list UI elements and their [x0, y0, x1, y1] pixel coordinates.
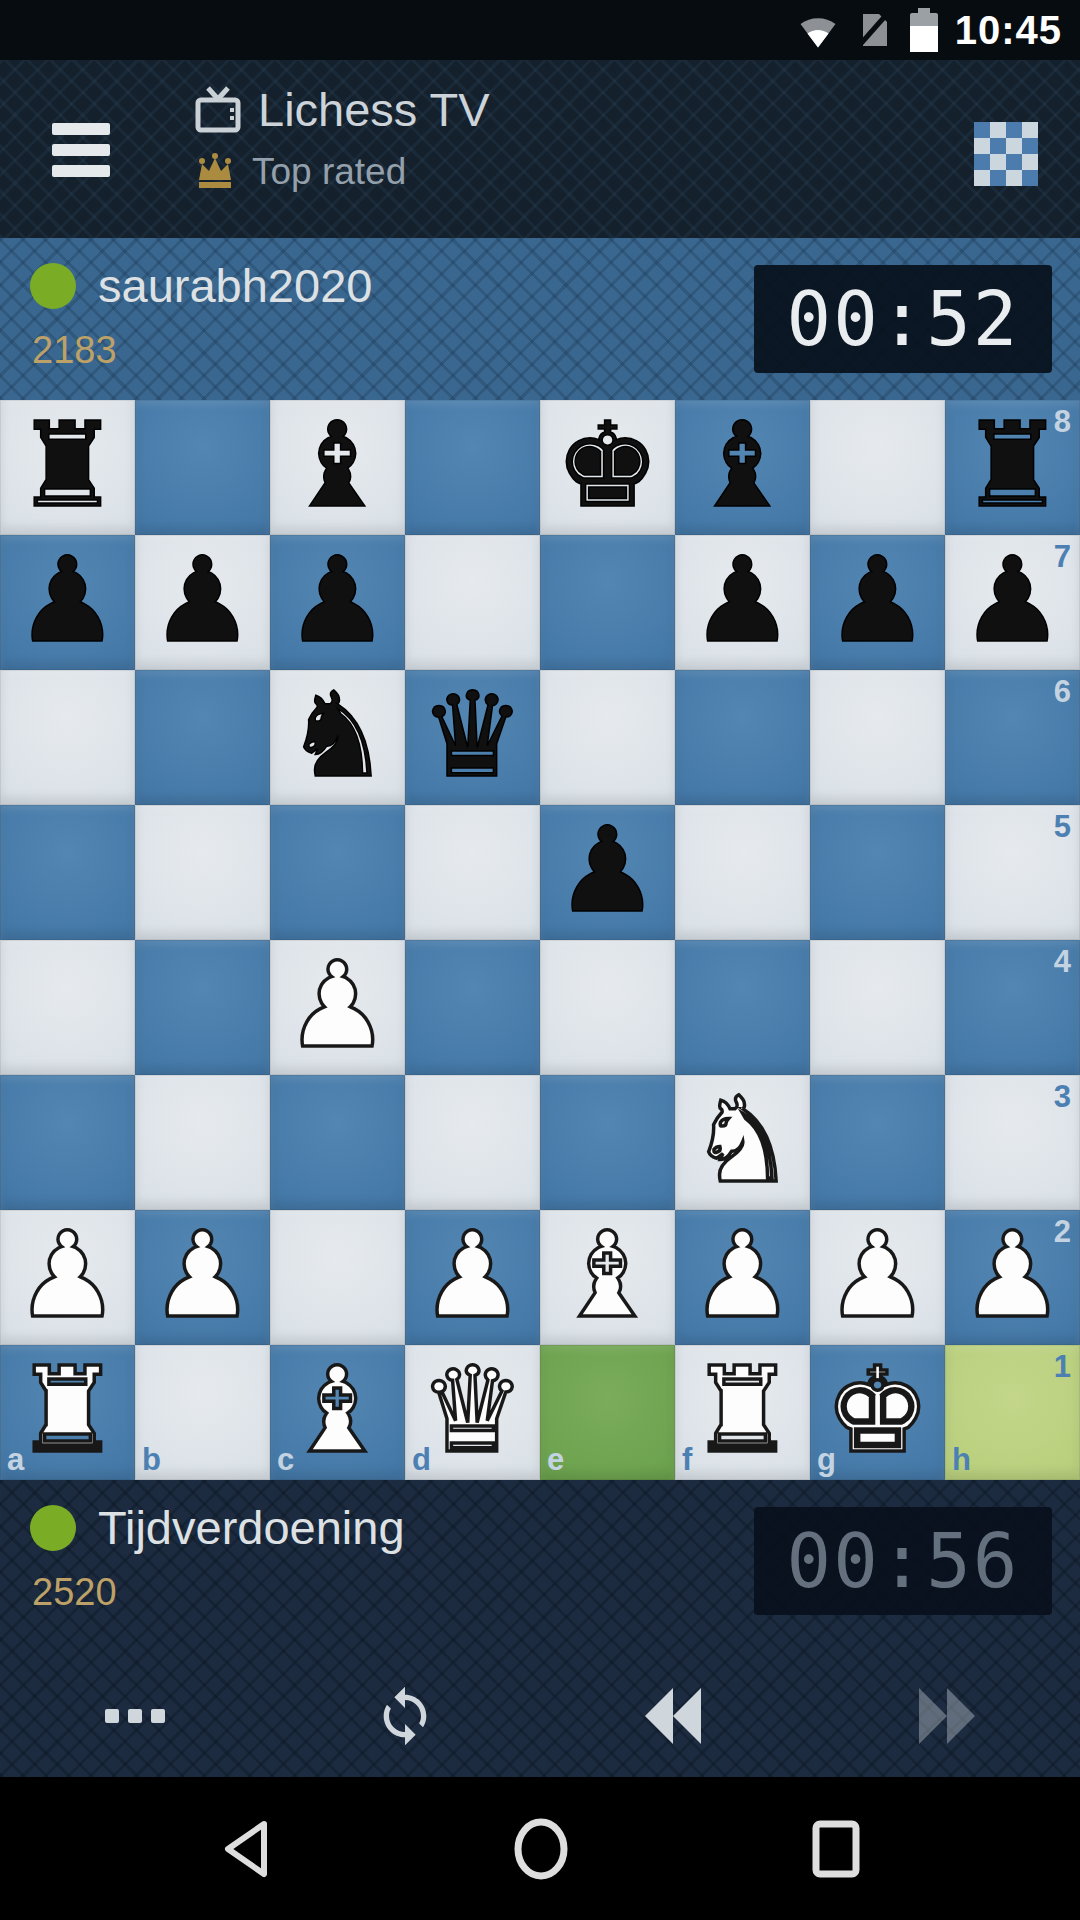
status-time: 10:45 — [955, 8, 1062, 53]
square-h4[interactable]: 4 — [945, 940, 1080, 1075]
clock-top: 00:52 — [754, 265, 1052, 373]
black-bishop: ♝ — [285, 406, 391, 524]
black-pawn: ♟ — [555, 811, 661, 929]
black-knight: ♞ — [285, 676, 391, 794]
black-queen: ♛ — [420, 676, 526, 794]
square-e1[interactable]: e — [540, 1345, 675, 1480]
lichess-tv-screen: 10:45 Lichess TV T — [0, 0, 1080, 1920]
back-icon — [218, 1818, 272, 1880]
black-pawn: ♟ — [150, 541, 256, 659]
white-queen: ♛ — [420, 1351, 526, 1469]
square-b3[interactable] — [135, 1075, 270, 1210]
black-pawn: ♟ — [960, 541, 1066, 659]
square-g7[interactable]: ♟ — [810, 535, 945, 670]
square-g3[interactable] — [810, 1075, 945, 1210]
square-a2[interactable]: ♟ — [0, 1210, 135, 1345]
square-c1[interactable]: ♝c — [270, 1345, 405, 1480]
no-sim-icon — [853, 8, 893, 52]
coord-file-a: a — [7, 1444, 24, 1475]
white-king: ♚ — [825, 1351, 931, 1469]
square-d1[interactable]: ♛d — [405, 1345, 540, 1480]
square-h1[interactable]: h1 — [945, 1345, 1080, 1480]
square-c5[interactable] — [270, 805, 405, 940]
chess-board: ♜♝♚♝♜8♟♟♟♟♟♟7♞♛6♟5♟4♞3♟♟♟♝♟♟♟2♜ab♝c♛de♜f… — [0, 400, 1080, 1480]
coord-rank-7: 7 — [1054, 541, 1071, 572]
menu-icon[interactable] — [52, 123, 110, 177]
coord-rank-1: 1 — [1054, 1351, 1071, 1382]
square-c3[interactable] — [270, 1075, 405, 1210]
square-h6[interactable]: 6 — [945, 670, 1080, 805]
online-dot — [30, 1505, 76, 1551]
square-d3[interactable] — [405, 1075, 540, 1210]
white-rook: ♜ — [690, 1351, 796, 1469]
white-pawn: ♟ — [420, 1216, 526, 1334]
rewind-button[interactable] — [540, 1655, 810, 1777]
title-block: Lichess TV Top rated — [192, 82, 490, 193]
square-d6[interactable]: ♛ — [405, 670, 540, 805]
square-g1[interactable]: ♚g — [810, 1345, 945, 1480]
status-bar: 10:45 — [0, 0, 1080, 60]
coord-rank-6: 6 — [1054, 676, 1071, 707]
player-name-top: saurabh2020 — [98, 258, 372, 313]
square-c6[interactable]: ♞ — [270, 670, 405, 805]
fast-forward-icon — [909, 1684, 981, 1748]
more-options-button[interactable] — [0, 1655, 270, 1777]
square-c8[interactable]: ♝ — [270, 400, 405, 535]
square-e8[interactable]: ♚ — [540, 400, 675, 535]
square-h3[interactable]: 3 — [945, 1075, 1080, 1210]
square-f8[interactable]: ♝ — [675, 400, 810, 535]
square-e7[interactable] — [540, 535, 675, 670]
coord-file-b: b — [142, 1444, 161, 1475]
square-e3[interactable] — [540, 1075, 675, 1210]
board-thumbnail-icon[interactable] — [974, 122, 1038, 186]
wifi-icon — [797, 9, 839, 51]
recents-icon — [810, 1818, 862, 1880]
android-nav-bar — [0, 1777, 1080, 1920]
flip-board-button[interactable] — [270, 1655, 540, 1777]
square-f2[interactable]: ♟ — [675, 1210, 810, 1345]
black-pawn: ♟ — [825, 541, 931, 659]
square-h2[interactable]: ♟2 — [945, 1210, 1080, 1345]
square-c2[interactable] — [270, 1210, 405, 1345]
square-a7[interactable]: ♟ — [0, 535, 135, 670]
coord-file-c: c — [277, 1444, 294, 1475]
square-b1[interactable]: b — [135, 1345, 270, 1480]
coord-file-g: g — [817, 1444, 836, 1475]
square-g2[interactable]: ♟ — [810, 1210, 945, 1345]
black-pawn: ♟ — [690, 541, 796, 659]
square-f7[interactable]: ♟ — [675, 535, 810, 670]
black-rook: ♜ — [960, 406, 1066, 524]
channel-label: Top rated — [252, 151, 406, 193]
coord-rank-4: 4 — [1054, 946, 1071, 977]
square-a5[interactable] — [0, 805, 135, 940]
clock-bottom: 00:56 — [754, 1507, 1052, 1615]
square-f5[interactable] — [675, 805, 810, 940]
square-d7[interactable] — [405, 535, 540, 670]
square-b2[interactable]: ♟ — [135, 1210, 270, 1345]
square-c4[interactable]: ♟ — [270, 940, 405, 1075]
square-e2[interactable]: ♝ — [540, 1210, 675, 1345]
square-h8[interactable]: ♜8 — [945, 400, 1080, 535]
square-e4[interactable] — [540, 940, 675, 1075]
flip-board-icon — [373, 1684, 437, 1748]
white-bishop: ♝ — [285, 1351, 391, 1469]
square-d5[interactable] — [405, 805, 540, 940]
square-a6[interactable] — [0, 670, 135, 805]
white-pawn: ♟ — [690, 1216, 796, 1334]
square-d8[interactable] — [405, 400, 540, 535]
black-rook: ♜ — [15, 406, 121, 524]
coord-rank-2: 2 — [1054, 1216, 1071, 1247]
square-c7[interactable]: ♟ — [270, 535, 405, 670]
square-g6[interactable] — [810, 670, 945, 805]
coord-rank-3: 3 — [1054, 1081, 1071, 1112]
coord-file-h: h — [952, 1444, 971, 1475]
black-pawn: ♟ — [15, 541, 121, 659]
white-pawn: ♟ — [825, 1216, 931, 1334]
recents-button[interactable] — [810, 1818, 862, 1880]
white-knight: ♞ — [690, 1081, 796, 1199]
back-button[interactable] — [218, 1818, 272, 1880]
toolbar — [0, 1655, 1080, 1777]
square-f6[interactable] — [675, 670, 810, 805]
black-king: ♚ — [555, 406, 661, 524]
coord-file-d: d — [412, 1444, 431, 1475]
square-h7[interactable]: ♟7 — [945, 535, 1080, 670]
black-pawn: ♟ — [285, 541, 391, 659]
fast-forward-button[interactable] — [810, 1655, 1080, 1777]
white-pawn: ♟ — [285, 946, 391, 1064]
coord-rank-5: 5 — [1054, 811, 1071, 842]
white-pawn: ♟ — [15, 1216, 121, 1334]
square-a8[interactable]: ♜ — [0, 400, 135, 535]
square-g5[interactable] — [810, 805, 945, 940]
more-options-icon — [105, 1709, 165, 1723]
square-e6[interactable] — [540, 670, 675, 805]
square-g4[interactable] — [810, 940, 945, 1075]
square-a3[interactable] — [0, 1075, 135, 1210]
square-b4[interactable] — [135, 940, 270, 1075]
home-icon — [512, 1818, 570, 1880]
square-e5[interactable]: ♟ — [540, 805, 675, 940]
app-header: Lichess TV Top rated — [0, 60, 1080, 238]
square-f4[interactable] — [675, 940, 810, 1075]
square-d2[interactable]: ♟ — [405, 1210, 540, 1345]
square-b7[interactable]: ♟ — [135, 535, 270, 670]
square-a4[interactable] — [0, 940, 135, 1075]
white-rook: ♜ — [15, 1351, 121, 1469]
tv-icon — [192, 84, 244, 136]
white-pawn: ♟ — [960, 1216, 1066, 1334]
player-name-bottom: Tijdverdoening — [98, 1500, 405, 1555]
home-button[interactable] — [512, 1818, 570, 1880]
coord-file-f: f — [682, 1444, 692, 1475]
battery-icon — [907, 6, 941, 54]
square-g8[interactable] — [810, 400, 945, 535]
square-b8[interactable] — [135, 400, 270, 535]
square-f1[interactable]: ♜f — [675, 1345, 810, 1480]
square-f3[interactable]: ♞ — [675, 1075, 810, 1210]
player-bar-bottom: Tijdverdoening 2520 00:56 — [0, 1480, 1080, 1777]
square-b5[interactable] — [135, 805, 270, 940]
black-bishop: ♝ — [690, 406, 796, 524]
online-dot — [30, 263, 76, 309]
coord-rank-8: 8 — [1054, 406, 1071, 437]
crown-icon — [194, 152, 236, 192]
square-a1[interactable]: ♜a — [0, 1345, 135, 1480]
square-h5[interactable]: 5 — [945, 805, 1080, 940]
rewind-icon — [639, 1684, 711, 1748]
player-bar-top: saurabh2020 2183 00:52 — [0, 238, 1080, 400]
square-d4[interactable] — [405, 940, 540, 1075]
square-b6[interactable] — [135, 670, 270, 805]
coord-file-e: e — [547, 1444, 564, 1475]
white-pawn: ♟ — [150, 1216, 256, 1334]
page-title: Lichess TV — [258, 82, 490, 137]
white-bishop: ♝ — [555, 1216, 661, 1334]
